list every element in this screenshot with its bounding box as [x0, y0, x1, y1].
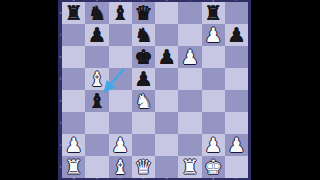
piece-white-pawn[interactable]: ♟	[111, 134, 129, 156]
square-c6[interactable]	[109, 46, 132, 68]
square-d7[interactable]: ♞	[132, 24, 155, 46]
square-a5[interactable]	[62, 68, 85, 90]
square-d6[interactable]: ♚	[132, 46, 155, 68]
square-c4[interactable]	[109, 90, 132, 112]
square-d3[interactable]	[132, 112, 155, 134]
piece-black-bishop[interactable]: ♝	[88, 90, 106, 112]
piece-black-pawn[interactable]: ♟	[158, 46, 176, 68]
square-h6[interactable]	[225, 46, 248, 68]
square-c1[interactable]: ♝	[109, 156, 132, 178]
square-h5[interactable]	[225, 68, 248, 90]
square-c8[interactable]: ♝	[109, 2, 132, 24]
piece-black-pawn[interactable]: ♟	[134, 68, 152, 90]
piece-white-pawn[interactable]: ♟	[204, 24, 222, 46]
piece-black-knight[interactable]: ♞	[134, 24, 152, 46]
square-g4[interactable]	[202, 90, 225, 112]
square-h8[interactable]	[225, 2, 248, 24]
square-f5[interactable]	[178, 68, 201, 90]
square-e6[interactable]: ♟	[155, 46, 178, 68]
square-d8[interactable]: ♛	[132, 2, 155, 24]
square-e4[interactable]	[155, 90, 178, 112]
piece-white-king[interactable]: ♚	[204, 156, 222, 178]
square-c2[interactable]: ♟	[109, 134, 132, 156]
square-f7[interactable]	[178, 24, 201, 46]
square-d1[interactable]: ♛	[132, 156, 155, 178]
square-e8[interactable]	[155, 2, 178, 24]
piece-black-rook[interactable]: ♜	[65, 2, 83, 24]
piece-white-bishop[interactable]: ♝	[111, 156, 129, 178]
square-b3[interactable]	[85, 112, 108, 134]
square-e2[interactable]	[155, 134, 178, 156]
square-f4[interactable]	[178, 90, 201, 112]
square-b8[interactable]: ♞	[85, 2, 108, 24]
piece-white-queen[interactable]: ♛	[134, 156, 152, 178]
piece-black-bishop[interactable]: ♝	[111, 2, 129, 24]
square-g1[interactable]: ♚	[202, 156, 225, 178]
square-g5[interactable]	[202, 68, 225, 90]
square-g7[interactable]: ♟	[202, 24, 225, 46]
piece-black-rook[interactable]: ♜	[204, 2, 222, 24]
square-d4[interactable]: ♞	[132, 90, 155, 112]
square-e1[interactable]	[155, 156, 178, 178]
square-f8[interactable]	[178, 2, 201, 24]
square-b6[interactable]	[85, 46, 108, 68]
square-g2[interactable]: ♟	[202, 134, 225, 156]
square-c7[interactable]	[109, 24, 132, 46]
piece-white-rook[interactable]: ♜	[65, 156, 83, 178]
square-e7[interactable]	[155, 24, 178, 46]
square-b4[interactable]: ♝	[85, 90, 108, 112]
square-b7[interactable]: ♟	[85, 24, 108, 46]
piece-black-queen[interactable]: ♛	[134, 2, 152, 24]
square-h7[interactable]: ♟	[225, 24, 248, 46]
square-a1[interactable]: ♜	[62, 156, 85, 178]
square-g6[interactable]	[202, 46, 225, 68]
square-h1[interactable]	[225, 156, 248, 178]
square-b1[interactable]	[85, 156, 108, 178]
square-a8[interactable]: ♜	[62, 2, 85, 24]
piece-white-rook[interactable]: ♜	[181, 156, 199, 178]
square-a6[interactable]	[62, 46, 85, 68]
piece-black-pawn[interactable]: ♟	[88, 24, 106, 46]
square-f2[interactable]	[178, 134, 201, 156]
square-a4[interactable]	[62, 90, 85, 112]
piece-black-king[interactable]: ♚	[134, 46, 152, 68]
chess-board: ♜♞♝♛♜♟♞♟♟♚♟♟♝♟♝♞♟♟♟♟♜♝♛♜♚	[62, 2, 248, 178]
piece-white-knight[interactable]: ♞	[134, 90, 152, 112]
chess-diagram: ♜♞♝♛♜♟♞♟♟♚♟♟♝♟♝♞♟♟♟♟♜♝♛♜♚ aabbccddeeffgg…	[0, 0, 320, 180]
square-g3[interactable]	[202, 112, 225, 134]
piece-white-bishop[interactable]: ♝	[88, 68, 106, 90]
piece-white-pawn[interactable]: ♟	[181, 46, 199, 68]
piece-white-pawn[interactable]: ♟	[227, 134, 245, 156]
square-h2[interactable]: ♟	[225, 134, 248, 156]
square-f6[interactable]: ♟	[178, 46, 201, 68]
square-c5[interactable]	[109, 68, 132, 90]
piece-white-pawn[interactable]: ♟	[65, 134, 83, 156]
square-a7[interactable]	[62, 24, 85, 46]
square-b5[interactable]: ♝	[85, 68, 108, 90]
square-b2[interactable]	[85, 134, 108, 156]
square-a2[interactable]: ♟	[62, 134, 85, 156]
square-h4[interactable]	[225, 90, 248, 112]
square-h3[interactable]	[225, 112, 248, 134]
square-c3[interactable]	[109, 112, 132, 134]
piece-black-knight[interactable]: ♞	[88, 2, 106, 24]
piece-white-pawn[interactable]: ♟	[204, 134, 222, 156]
piece-black-pawn[interactable]: ♟	[227, 24, 245, 46]
square-d2[interactable]	[132, 134, 155, 156]
square-f1[interactable]: ♜	[178, 156, 201, 178]
square-f3[interactable]	[178, 112, 201, 134]
square-g8[interactable]: ♜	[202, 2, 225, 24]
square-e3[interactable]	[155, 112, 178, 134]
square-a3[interactable]	[62, 112, 85, 134]
square-d5[interactable]: ♟	[132, 68, 155, 90]
square-e5[interactable]	[155, 68, 178, 90]
